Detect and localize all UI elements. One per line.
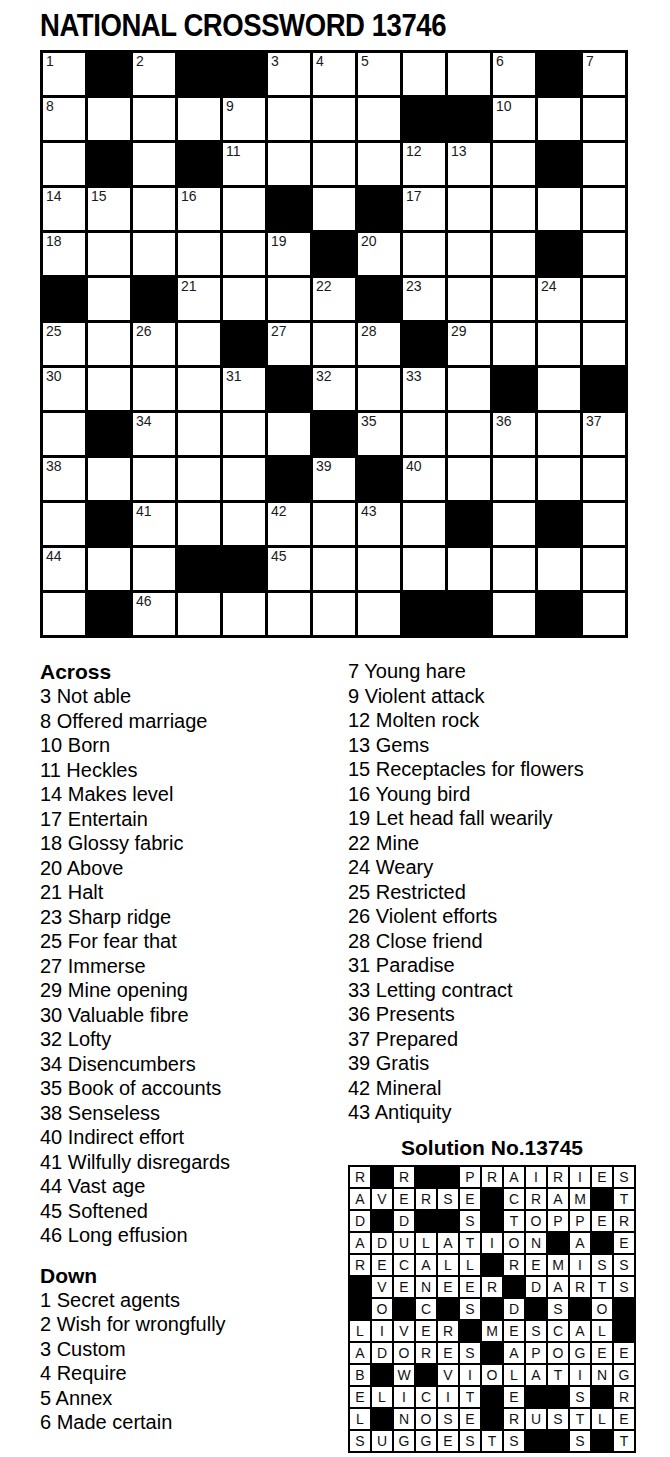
solution-letter-cell: W: [394, 1365, 414, 1385]
clue-number: 10: [496, 98, 512, 114]
entry-cell[interactable]: [583, 233, 625, 275]
solution-letter-cell: P: [570, 1211, 590, 1231]
entry-cell[interactable]: [538, 98, 580, 140]
entry-cell[interactable]: [133, 233, 175, 275]
clue-number: 21: [181, 278, 197, 294]
entry-cell[interactable]: [43, 413, 85, 455]
entry-cell[interactable]: [358, 548, 400, 590]
blocked-cell: [403, 593, 445, 635]
blocked-cell: [448, 503, 490, 545]
down-clue-list-right: 7 Young hare9 Violent attack12 Molten ro…: [348, 659, 640, 1125]
clue-number: 26: [136, 323, 152, 339]
entry-cell[interactable]: 36: [493, 413, 535, 455]
solution-letter-cell: S: [460, 1343, 480, 1363]
across-clue: 21 Halt: [40, 880, 348, 905]
entry-cell[interactable]: [88, 323, 130, 365]
entry-cell[interactable]: 32: [313, 368, 355, 410]
entry-cell[interactable]: [313, 593, 355, 635]
solution-letter-cell: S: [570, 1431, 590, 1451]
entry-cell[interactable]: [493, 323, 535, 365]
blocked-cell: [178, 548, 220, 590]
solution-blocked-cell: [592, 1233, 612, 1253]
clue-number: 23: [406, 278, 422, 294]
solution-letter-cell: E: [394, 1189, 414, 1209]
entry-cell[interactable]: 13: [448, 143, 490, 185]
down-clue: 15 Receptacles for flowers: [348, 757, 640, 782]
clue-number: 9: [226, 98, 234, 114]
solution-letter-cell: N: [526, 1233, 546, 1253]
clue-number: 33: [406, 368, 422, 384]
entry-cell[interactable]: [178, 503, 220, 545]
solution-letter-cell: S: [438, 1409, 458, 1429]
entry-cell[interactable]: 34: [133, 413, 175, 455]
entry-cell[interactable]: [583, 188, 625, 230]
solution-letter-cell: L: [460, 1255, 480, 1275]
entry-cell[interactable]: 46: [133, 593, 175, 635]
solution-blocked-cell: [372, 1167, 392, 1187]
solution-letter-cell: D: [394, 1211, 414, 1231]
entry-cell[interactable]: 3: [268, 53, 310, 95]
solution-letter-cell: A: [350, 1343, 370, 1363]
entry-cell[interactable]: [133, 143, 175, 185]
down-clue: 24 Weary: [348, 855, 640, 880]
blocked-cell: [223, 323, 265, 365]
entry-cell[interactable]: 25: [43, 323, 85, 365]
entry-cell[interactable]: [358, 368, 400, 410]
entry-cell[interactable]: [313, 98, 355, 140]
entry-cell[interactable]: 10: [493, 98, 535, 140]
entry-cell[interactable]: [133, 98, 175, 140]
solution-letter-cell: A: [548, 1189, 568, 1209]
down-clue: 42 Mineral: [348, 1076, 640, 1101]
blocked-cell: [313, 233, 355, 275]
entry-cell[interactable]: [313, 143, 355, 185]
solution-letter-cell: T: [570, 1409, 590, 1429]
entry-cell[interactable]: 37: [583, 413, 625, 455]
entry-cell[interactable]: 12: [403, 143, 445, 185]
solution-blocked-cell: [350, 1277, 370, 1297]
solution-letter-cell: E: [592, 1211, 612, 1231]
blocked-cell: [268, 458, 310, 500]
solution-letter-cell: C: [548, 1321, 568, 1341]
entry-cell[interactable]: [88, 233, 130, 275]
solution-letter-cell: A: [350, 1189, 370, 1209]
entry-cell[interactable]: [493, 458, 535, 500]
entry-cell[interactable]: [178, 368, 220, 410]
entry-cell[interactable]: 2: [133, 53, 175, 95]
entry-cell[interactable]: [178, 593, 220, 635]
solution-letter-cell: G: [614, 1365, 634, 1385]
entry-cell[interactable]: [268, 98, 310, 140]
down-clue: 2 Wish for wrongfully: [40, 1312, 348, 1337]
entry-cell[interactable]: [178, 323, 220, 365]
blocked-cell: [358, 278, 400, 320]
blocked-cell: [133, 278, 175, 320]
entry-cell[interactable]: [403, 233, 445, 275]
down-clue: 31 Paradise: [348, 953, 640, 978]
clue-number: 14: [46, 188, 62, 204]
entry-cell[interactable]: 31: [223, 368, 265, 410]
solution-letter-cell: E: [460, 1409, 480, 1429]
across-clue: 8 Offered marriage: [40, 709, 348, 734]
solution-letter-cell: E: [372, 1255, 392, 1275]
down-heading: Down: [40, 1263, 348, 1288]
entry-cell[interactable]: 17: [403, 188, 445, 230]
across-clue: 23 Sharp ridge: [40, 905, 348, 930]
solution-letter-cell: E: [592, 1343, 612, 1363]
entry-cell[interactable]: [223, 188, 265, 230]
solution-letter-cell: I: [394, 1387, 414, 1407]
across-clue: 41 Wilfully disregards: [40, 1150, 348, 1175]
entry-cell[interactable]: [178, 98, 220, 140]
solution-letter-cell: A: [570, 1233, 590, 1253]
entry-cell[interactable]: [403, 503, 445, 545]
solution-letter-cell: L: [416, 1233, 436, 1253]
entry-cell[interactable]: 8: [43, 98, 85, 140]
entry-cell[interactable]: [538, 323, 580, 365]
clue-number: 45: [271, 548, 287, 564]
solution-letter-cell: I: [570, 1255, 590, 1275]
across-clue: 18 Glossy fabric: [40, 831, 348, 856]
solution-blocked-cell: [372, 1409, 392, 1429]
blocked-cell: [313, 413, 355, 455]
clue-number: 24: [541, 278, 557, 294]
solution-letter-cell: L: [592, 1409, 612, 1429]
solution-letter-cell: A: [416, 1255, 436, 1275]
blocked-cell: [493, 368, 535, 410]
entry-cell[interactable]: 5: [358, 53, 400, 95]
solution-letter-cell: R: [614, 1211, 634, 1231]
clue-number: 43: [361, 503, 377, 519]
entry-cell[interactable]: 6: [493, 53, 535, 95]
entry-cell[interactable]: [43, 593, 85, 635]
clue-number: 16: [181, 188, 197, 204]
across-clue: 32 Lofty: [40, 1027, 348, 1052]
solution-blocked-cell: [482, 1189, 502, 1209]
entry-cell[interactable]: 19: [268, 233, 310, 275]
solution-letter-cell: O: [526, 1211, 546, 1231]
solution-grid: RRPRAIRIESAVERSECRAMTDDSTOPPERADULATIONA…: [348, 1165, 636, 1453]
entry-cell[interactable]: 43: [358, 503, 400, 545]
entry-cell[interactable]: 41: [133, 503, 175, 545]
entry-cell[interactable]: [223, 413, 265, 455]
solution-letter-cell: T: [482, 1431, 502, 1451]
solution-blocked-cell: [614, 1321, 634, 1341]
entry-cell[interactable]: [133, 368, 175, 410]
solution-letter-cell: C: [504, 1189, 524, 1209]
entry-cell[interactable]: [493, 278, 535, 320]
entry-cell[interactable]: [133, 548, 175, 590]
solution-letter-cell: L: [350, 1321, 370, 1341]
solution-letter-cell: S: [504, 1431, 524, 1451]
down-clue: 7 Young hare: [348, 659, 640, 684]
entry-cell[interactable]: [268, 593, 310, 635]
clue-number: 42: [271, 503, 287, 519]
blocked-cell: [88, 53, 130, 95]
clue-number: 41: [136, 503, 152, 519]
entry-cell[interactable]: [223, 458, 265, 500]
entry-cell[interactable]: 18: [43, 233, 85, 275]
solution-letter-cell: V: [372, 1189, 392, 1209]
entry-cell[interactable]: [583, 278, 625, 320]
solution-letter-cell: U: [394, 1233, 414, 1253]
solution-letter-cell: R: [570, 1277, 590, 1297]
down-clue: 22 Mine: [348, 831, 640, 856]
solution-letter-cell: N: [592, 1365, 612, 1385]
across-clue: 29 Mine opening: [40, 978, 348, 1003]
down-clue: 43 Antiquity: [348, 1100, 640, 1125]
entry-cell[interactable]: [178, 233, 220, 275]
across-heading: Across: [40, 659, 348, 684]
entry-cell[interactable]: 38: [43, 458, 85, 500]
solution-letter-cell: M: [570, 1189, 590, 1209]
entry-cell[interactable]: [538, 458, 580, 500]
solution-letter-cell: T: [460, 1387, 480, 1407]
entry-cell[interactable]: [133, 458, 175, 500]
entry-cell[interactable]: [448, 458, 490, 500]
solution-letter-cell: C: [394, 1255, 414, 1275]
clue-number: 27: [271, 323, 287, 339]
blocked-cell: [178, 143, 220, 185]
entry-cell[interactable]: 24: [538, 278, 580, 320]
solution-letter-cell: R: [350, 1255, 370, 1275]
solution-letter-cell: U: [372, 1431, 392, 1451]
clue-number: 31: [226, 368, 242, 384]
down-clue: 1 Secret agents: [40, 1288, 348, 1313]
entry-cell[interactable]: 27: [268, 323, 310, 365]
entry-cell[interactable]: [313, 188, 355, 230]
entry-cell[interactable]: [493, 233, 535, 275]
entry-cell[interactable]: 30: [43, 368, 85, 410]
down-clue: 25 Restricted: [348, 880, 640, 905]
entry-cell[interactable]: [403, 413, 445, 455]
entry-cell[interactable]: 42: [268, 503, 310, 545]
solution-letter-cell: N: [416, 1277, 436, 1297]
entry-cell[interactable]: [403, 548, 445, 590]
entry-cell[interactable]: [493, 593, 535, 635]
entry-cell[interactable]: [493, 503, 535, 545]
entry-cell[interactable]: 45: [268, 548, 310, 590]
down-clue: 3 Custom: [40, 1337, 348, 1362]
clue-number: 44: [46, 548, 62, 564]
entry-cell[interactable]: [358, 98, 400, 140]
entry-cell[interactable]: [583, 548, 625, 590]
entry-cell[interactable]: 44: [43, 548, 85, 590]
solution-letter-cell: I: [372, 1321, 392, 1341]
entry-cell[interactable]: [358, 143, 400, 185]
solution-letter-cell: A: [526, 1365, 546, 1385]
entry-cell[interactable]: [448, 278, 490, 320]
across-clue: 44 Vast age: [40, 1174, 348, 1199]
entry-cell[interactable]: [583, 323, 625, 365]
solution-letter-cell: I: [460, 1365, 480, 1385]
entry-cell[interactable]: 1: [43, 53, 85, 95]
entry-cell[interactable]: [268, 143, 310, 185]
across-clue: 17 Entertain: [40, 807, 348, 832]
entry-cell[interactable]: [538, 188, 580, 230]
entry-cell[interactable]: [223, 233, 265, 275]
blocked-cell: [88, 143, 130, 185]
entry-cell[interactable]: [88, 278, 130, 320]
solution-letter-cell: E: [504, 1321, 524, 1341]
entry-cell[interactable]: 4: [313, 53, 355, 95]
entry-cell[interactable]: [313, 503, 355, 545]
solution-letter-cell: E: [592, 1167, 612, 1187]
page-title: NATIONAL CROSSWORD 13746: [40, 8, 582, 42]
entry-cell[interactable]: [223, 593, 265, 635]
solution-letter-cell: A: [350, 1233, 370, 1253]
clue-number: 1: [46, 53, 54, 69]
entry-cell[interactable]: [43, 143, 85, 185]
entry-cell[interactable]: [583, 98, 625, 140]
entry-cell[interactable]: [448, 53, 490, 95]
solution-letter-cell: D: [372, 1233, 392, 1253]
across-clue-list: 3 Not able8 Offered marriage10 Born11 He…: [40, 684, 348, 1248]
entry-cell[interactable]: [223, 278, 265, 320]
clue-number: 15: [91, 188, 107, 204]
entry-cell[interactable]: 28: [358, 323, 400, 365]
solution-letter-cell: L: [504, 1365, 524, 1385]
entry-cell[interactable]: [448, 233, 490, 275]
clue-number: 25: [46, 323, 62, 339]
solution-letter-cell: S: [460, 1211, 480, 1231]
entry-cell[interactable]: [538, 368, 580, 410]
entry-cell[interactable]: [538, 548, 580, 590]
solution-letter-cell: R: [548, 1167, 568, 1187]
entry-cell[interactable]: 39: [313, 458, 355, 500]
entry-cell[interactable]: [223, 503, 265, 545]
blocked-cell: [538, 143, 580, 185]
entry-cell[interactable]: 7: [583, 53, 625, 95]
entry-cell[interactable]: [583, 593, 625, 635]
solution-letter-cell: S: [460, 1299, 480, 1319]
entry-cell[interactable]: [88, 458, 130, 500]
entry-cell[interactable]: [88, 548, 130, 590]
entry-cell[interactable]: [583, 143, 625, 185]
solution-letter-cell: R: [526, 1189, 546, 1209]
entry-cell[interactable]: 21: [178, 278, 220, 320]
solution-letter-cell: O: [482, 1365, 502, 1385]
solution-letter-cell: I: [570, 1365, 590, 1385]
entry-cell[interactable]: [43, 503, 85, 545]
entry-cell[interactable]: 29: [448, 323, 490, 365]
down-clue: 5 Annex: [40, 1386, 348, 1411]
solution-letter-cell: R: [350, 1167, 370, 1187]
solution-blocked-cell: [416, 1365, 436, 1385]
entry-cell[interactable]: [403, 53, 445, 95]
solution-blocked-cell: [504, 1277, 524, 1297]
entry-cell[interactable]: 11: [223, 143, 265, 185]
entry-cell[interactable]: 23: [403, 278, 445, 320]
solution-letter-cell: B: [350, 1365, 370, 1385]
down-clue: 4 Require: [40, 1361, 348, 1386]
entry-cell[interactable]: 26: [133, 323, 175, 365]
entry-cell[interactable]: 40: [403, 458, 445, 500]
clue-number: 5: [361, 53, 369, 69]
entry-cell[interactable]: [358, 593, 400, 635]
entry-cell[interactable]: [448, 368, 490, 410]
solution-blocked-cell: [592, 1387, 612, 1407]
solution-letter-cell: R: [416, 1189, 436, 1209]
entry-cell[interactable]: [583, 503, 625, 545]
entry-cell[interactable]: 15: [88, 188, 130, 230]
solution-blocked-cell: [372, 1211, 392, 1231]
clue-number: 38: [46, 458, 62, 474]
entry-cell[interactable]: [88, 368, 130, 410]
solution-letter-cell: E: [460, 1189, 480, 1209]
entry-cell[interactable]: [493, 548, 535, 590]
solution-letter-cell: I: [438, 1387, 458, 1407]
entry-cell[interactable]: [448, 413, 490, 455]
clue-column-left: Across 3 Not able8 Offered marriage10 Bo…: [40, 659, 348, 1453]
solution-letter-cell: L: [350, 1409, 370, 1429]
entry-cell[interactable]: [133, 188, 175, 230]
solution-letter-cell: R: [438, 1321, 458, 1341]
solution-blocked-cell: [460, 1321, 480, 1341]
solution-letter-cell: E: [394, 1277, 414, 1297]
solution-letter-cell: E: [416, 1321, 436, 1341]
solution-blocked-cell: [438, 1211, 458, 1231]
down-clue: 9 Violent attack: [348, 684, 640, 709]
entry-cell[interactable]: [448, 548, 490, 590]
entry-cell[interactable]: 14: [43, 188, 85, 230]
solution-blocked-cell: [372, 1365, 392, 1385]
entry-cell[interactable]: [178, 458, 220, 500]
solution-blocked-cell: [526, 1387, 546, 1407]
blocked-cell: [448, 593, 490, 635]
solution-letter-cell: S: [460, 1431, 480, 1451]
solution-blocked-cell: [482, 1211, 502, 1231]
entry-cell[interactable]: 33: [403, 368, 445, 410]
across-clue: 30 Valuable fibre: [40, 1003, 348, 1028]
entry-cell[interactable]: [538, 413, 580, 455]
entry-cell[interactable]: 35: [358, 413, 400, 455]
entry-cell[interactable]: 16: [178, 188, 220, 230]
entry-cell[interactable]: [493, 143, 535, 185]
solution-blocked-cell: [614, 1299, 634, 1319]
solution-letter-cell: S: [438, 1189, 458, 1209]
solution-letter-cell: R: [482, 1277, 502, 1297]
blocked-cell: [403, 98, 445, 140]
solution-letter-cell: V: [372, 1277, 392, 1297]
entry-cell[interactable]: [268, 278, 310, 320]
solution-letter-cell: S: [614, 1167, 634, 1187]
solution-letter-cell: T: [614, 1431, 634, 1451]
entry-cell[interactable]: 9: [223, 98, 265, 140]
solution-letter-cell: E: [438, 1343, 458, 1363]
entry-cell[interactable]: [268, 413, 310, 455]
entry-cell[interactable]: [313, 323, 355, 365]
solution-letter-cell: L: [372, 1387, 392, 1407]
solution-letter-cell: O: [372, 1299, 392, 1319]
entry-cell[interactable]: [178, 413, 220, 455]
solution-blocked-cell: [394, 1299, 414, 1319]
entry-cell[interactable]: 20: [358, 233, 400, 275]
entry-cell[interactable]: 22: [313, 278, 355, 320]
clue-number: 36: [496, 413, 512, 429]
entry-cell[interactable]: [313, 548, 355, 590]
across-clue: 27 Immerse: [40, 954, 348, 979]
down-clue: 39 Gratis: [348, 1051, 640, 1076]
entry-cell[interactable]: [88, 98, 130, 140]
entry-cell[interactable]: [448, 188, 490, 230]
blocked-cell: [178, 53, 220, 95]
across-clue: 14 Makes level: [40, 782, 348, 807]
down-clue-list-left: 1 Secret agents2 Wish for wrongfully3 Cu…: [40, 1288, 348, 1435]
entry-cell[interactable]: [493, 188, 535, 230]
solution-letter-cell: E: [460, 1277, 480, 1297]
entry-cell[interactable]: [583, 458, 625, 500]
